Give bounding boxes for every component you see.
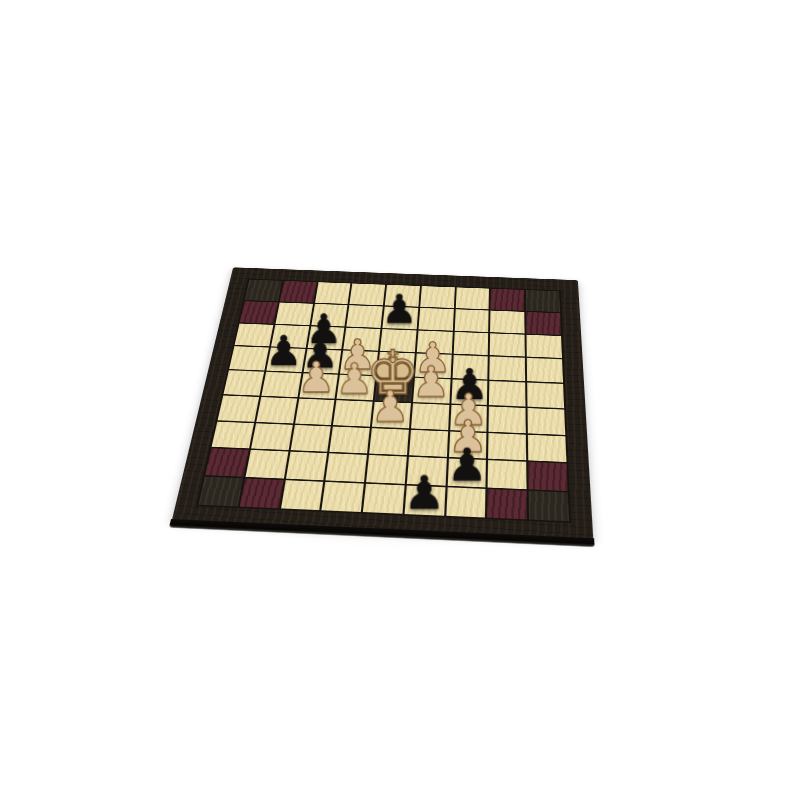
cell-d3[interactable] bbox=[330, 426, 370, 453]
cell-i3[interactable] bbox=[528, 435, 566, 463]
white-pawn-f5[interactable]: ♟ bbox=[412, 361, 450, 403]
cell-i6[interactable] bbox=[527, 358, 563, 383]
white-pawn-e4[interactable]: ♟ bbox=[371, 385, 410, 428]
cell-h5[interactable] bbox=[489, 381, 525, 407]
cell-d1[interactable] bbox=[322, 482, 364, 512]
cell-e1[interactable] bbox=[363, 484, 404, 514]
cell-i2[interactable] bbox=[529, 462, 568, 491]
cell-d9[interactable] bbox=[350, 283, 385, 305]
cell-g8[interactable] bbox=[454, 309, 489, 332]
cell-i5[interactable] bbox=[527, 383, 564, 409]
cell-c3[interactable] bbox=[290, 425, 331, 452]
tablut-board: ♟♟♟♟♟♟♟♟♚♟♟♟♟♟♟♟ bbox=[172, 267, 594, 539]
cell-g9[interactable] bbox=[455, 287, 489, 309]
cell-h1[interactable] bbox=[488, 489, 528, 519]
cell-a8[interactable] bbox=[240, 301, 278, 323]
cell-b5[interactable] bbox=[261, 372, 301, 397]
cell-f4[interactable] bbox=[411, 403, 449, 429]
cell-h9[interactable] bbox=[491, 289, 525, 311]
cell-i7[interactable] bbox=[527, 334, 562, 358]
cell-i8[interactable] bbox=[526, 312, 561, 335]
cell-e3[interactable] bbox=[369, 428, 409, 456]
cell-e8[interactable]: ♟ bbox=[383, 306, 419, 329]
cell-c5[interactable]: ♟ bbox=[299, 373, 338, 398]
cell-d2[interactable] bbox=[326, 454, 367, 483]
cell-b2[interactable] bbox=[245, 450, 288, 478]
cell-f1[interactable]: ♟ bbox=[404, 486, 445, 516]
cell-e4[interactable]: ♟ bbox=[372, 402, 411, 428]
cell-a9[interactable] bbox=[245, 280, 282, 302]
cell-f8[interactable] bbox=[418, 308, 453, 331]
cell-a5[interactable] bbox=[224, 370, 264, 395]
cell-h3[interactable] bbox=[489, 433, 527, 461]
cell-b1[interactable] bbox=[240, 479, 284, 509]
cell-f9[interactable] bbox=[420, 286, 454, 308]
black-pawn-g2[interactable]: ♟ bbox=[446, 443, 487, 488]
board-grid: ♟♟♟♟♟♟♟♟♚♟♟♟♟♟♟♟ bbox=[196, 278, 571, 523]
cell-a4[interactable] bbox=[218, 395, 259, 421]
cell-a6[interactable] bbox=[229, 346, 268, 370]
cell-h7[interactable] bbox=[490, 333, 525, 357]
photo-background: ♟♟♟♟♟♟♟♟♚♟♟♟♟♟♟♟ bbox=[0, 0, 800, 800]
cell-a1[interactable] bbox=[199, 477, 243, 507]
cell-d8[interactable] bbox=[347, 305, 383, 328]
cell-b4[interactable] bbox=[256, 397, 297, 423]
black-pawn-f1[interactable]: ♟ bbox=[403, 470, 444, 516]
cell-h6[interactable] bbox=[490, 357, 526, 382]
cell-c4[interactable] bbox=[295, 399, 335, 425]
cell-c9[interactable] bbox=[315, 282, 351, 304]
cell-f3[interactable] bbox=[409, 430, 448, 458]
cell-a3[interactable] bbox=[212, 421, 254, 448]
cell-b3[interactable] bbox=[251, 423, 293, 450]
cell-b9[interactable] bbox=[280, 281, 317, 303]
cell-i4[interactable] bbox=[528, 408, 566, 435]
cell-e2[interactable] bbox=[366, 455, 406, 484]
cell-g7[interactable] bbox=[453, 332, 488, 356]
cell-h8[interactable] bbox=[491, 310, 525, 333]
cell-f5[interactable]: ♟ bbox=[413, 378, 450, 403]
cell-i1[interactable] bbox=[529, 491, 569, 521]
cell-i9[interactable] bbox=[526, 290, 560, 312]
cell-h4[interactable] bbox=[489, 406, 526, 433]
black-pawn-e8[interactable]: ♟ bbox=[381, 290, 417, 330]
cell-g1[interactable] bbox=[446, 487, 486, 517]
cell-d4[interactable] bbox=[333, 400, 372, 426]
cell-c2[interactable] bbox=[285, 452, 327, 481]
cell-g2[interactable]: ♟ bbox=[447, 459, 486, 488]
cell-h2[interactable] bbox=[488, 460, 527, 489]
cell-a2[interactable] bbox=[205, 449, 248, 477]
white-pawn-c5[interactable]: ♟ bbox=[298, 357, 336, 399]
cell-c1[interactable] bbox=[281, 480, 324, 510]
